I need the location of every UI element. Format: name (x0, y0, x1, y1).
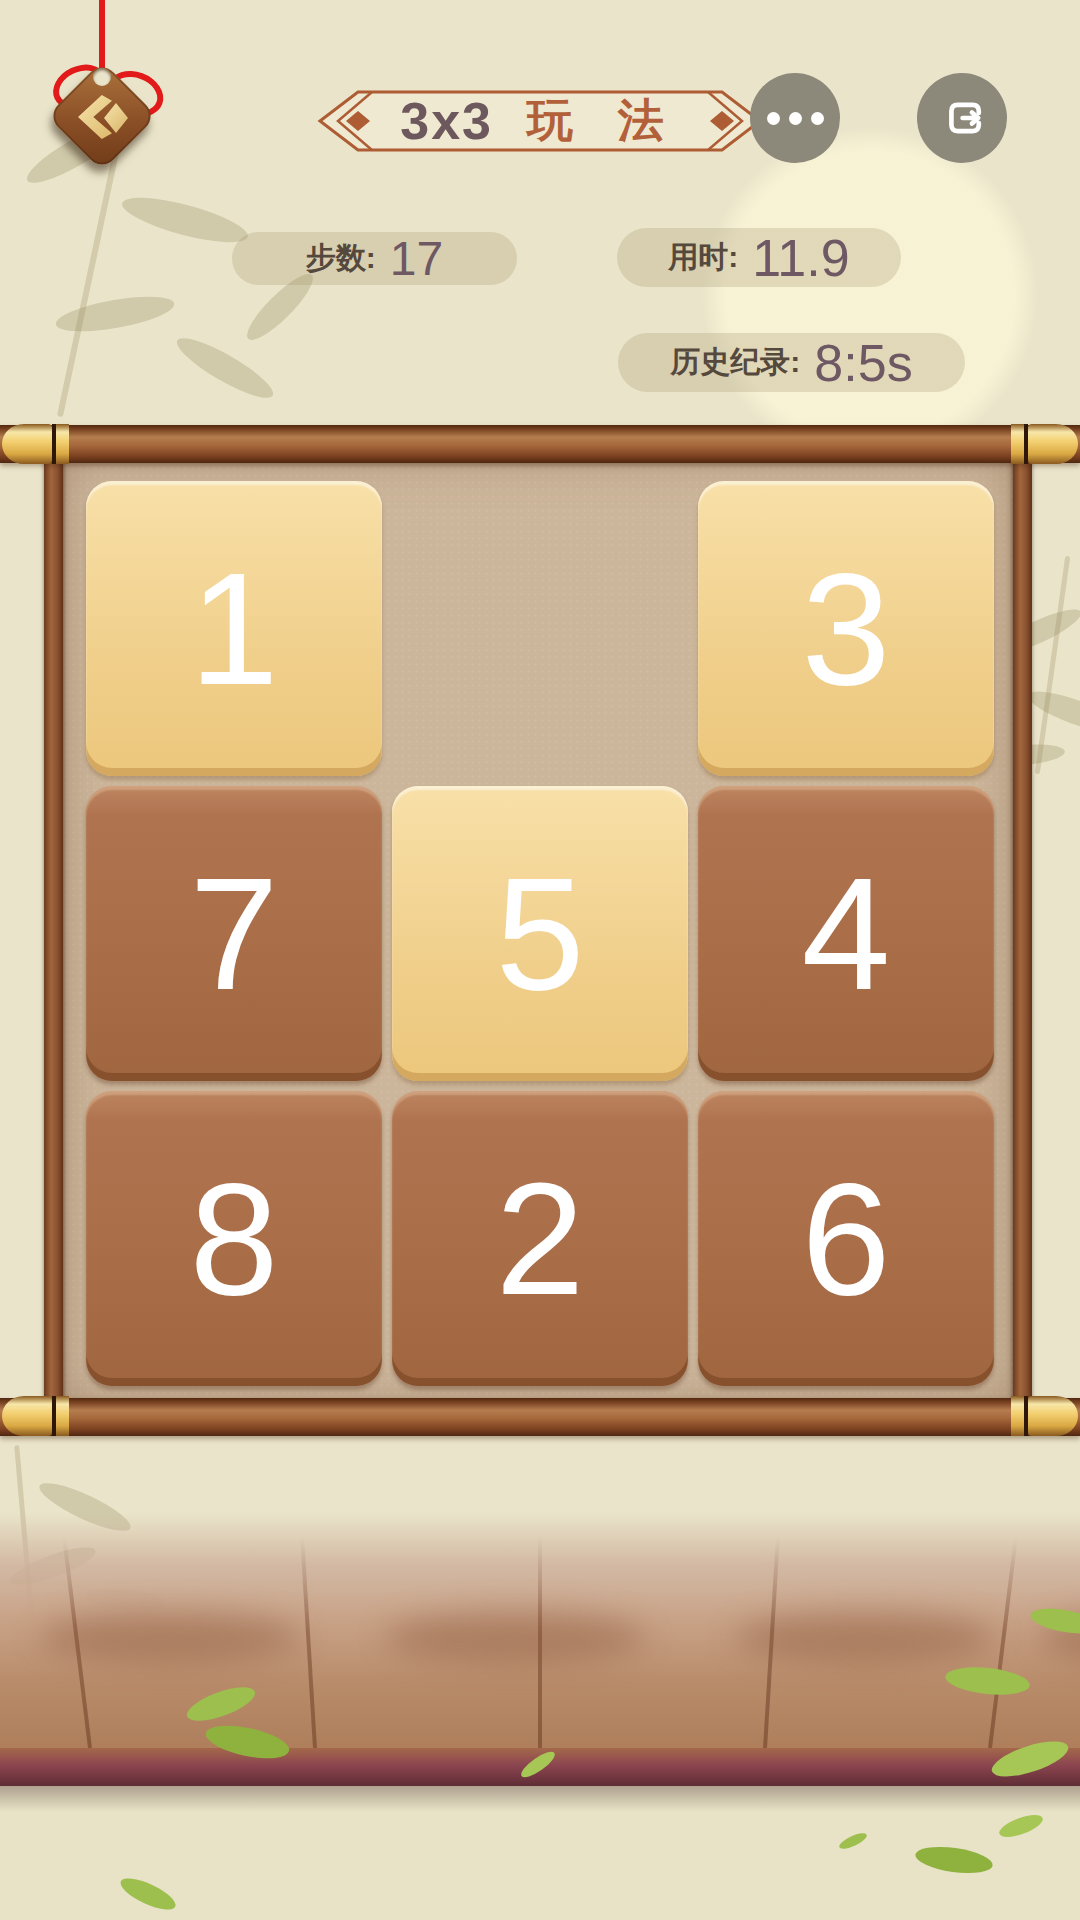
ellipsis-icon (767, 112, 824, 125)
scroll-rail-right (1013, 450, 1032, 1410)
tile-4[interactable]: 4 (698, 786, 994, 1081)
record-label: 历史纪录: (670, 342, 800, 383)
tile-7[interactable]: 7 (86, 786, 382, 1081)
record-pill: 历史纪录: 8:5s (618, 333, 965, 392)
tile-2[interactable]: 2 (392, 1091, 688, 1386)
tile-8[interactable]: 8 (86, 1091, 382, 1386)
scroll-bar-top (0, 425, 1080, 463)
tile-6[interactable]: 6 (698, 1091, 994, 1386)
scroll-cap-top-left (2, 424, 69, 464)
title-mode: 3x3 (400, 91, 493, 151)
scroll-cap-top-right (1011, 424, 1078, 464)
exit-icon (934, 90, 990, 146)
time-pill: 用时: 11.9 (617, 228, 901, 287)
scroll-rail-left (44, 450, 63, 1410)
scroll-cap-bottom-right (1011, 1396, 1078, 1436)
wooden-table (0, 1512, 1080, 1748)
puzzle-grid: 1 3 7 5 4 8 2 6 (86, 481, 994, 1386)
tag-hole (93, 68, 111, 86)
record-value: 8:5s (814, 333, 912, 393)
tile-1[interactable]: 1 (86, 481, 382, 776)
steps-pill: 步数: 17 (232, 232, 517, 285)
empty-cell (392, 481, 688, 776)
steps-label: 步数: (306, 238, 376, 279)
time-label: 用时: (668, 237, 738, 278)
time-value: 11.9 (752, 228, 849, 288)
tile-5[interactable]: 5 (392, 786, 688, 1081)
scroll-bar-bottom (0, 1398, 1080, 1436)
table-shadow (0, 1786, 1080, 1812)
steps-value: 17 (390, 231, 443, 286)
page-title: 3x3 玩 法 (310, 87, 770, 155)
title-label: 玩 法 (519, 90, 680, 152)
tile-3[interactable]: 3 (698, 481, 994, 776)
exit-button[interactable] (917, 73, 1007, 163)
more-button[interactable] (750, 73, 840, 163)
scroll-cap-bottom-left (2, 1396, 69, 1436)
